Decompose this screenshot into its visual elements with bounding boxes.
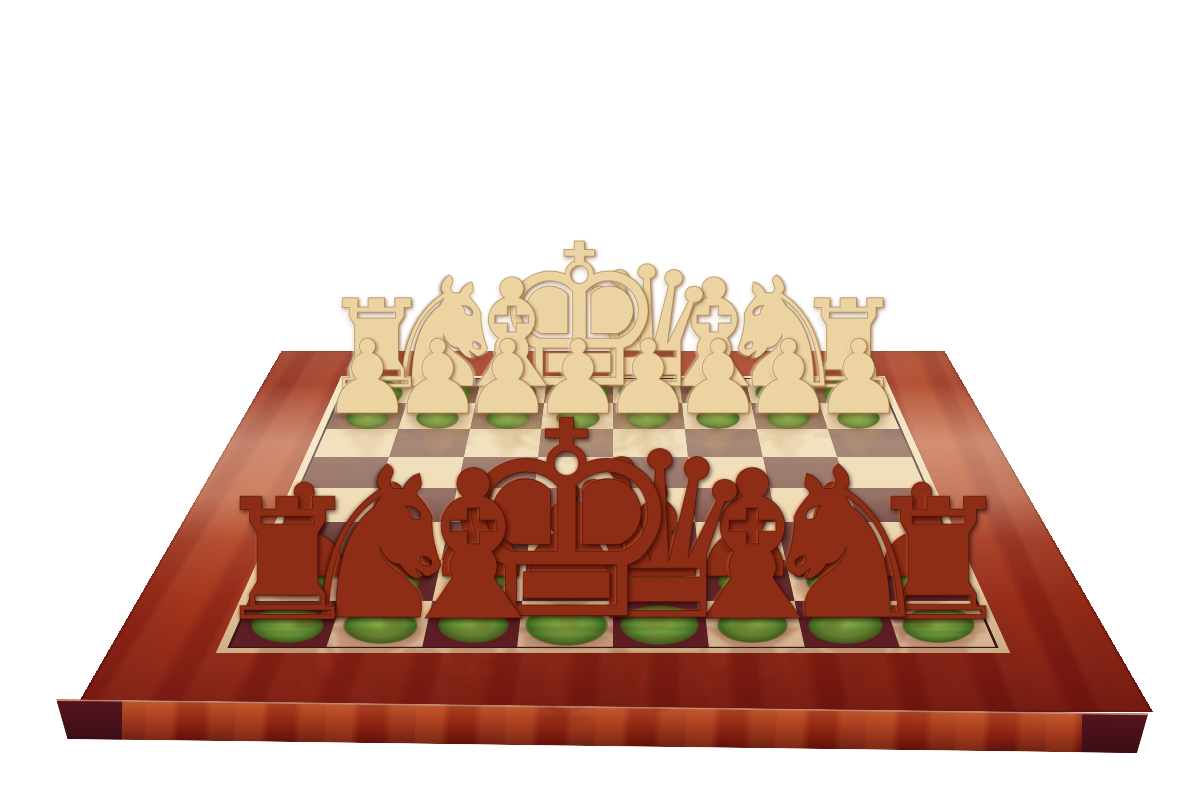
square-f7 — [432, 560, 527, 601]
square-f8 — [422, 601, 523, 647]
square-f4 — [457, 457, 539, 488]
square-b1 — [745, 379, 819, 403]
edge-end-block-left — [56, 701, 122, 740]
square-e1 — [544, 379, 613, 403]
square-h3 — [314, 429, 398, 457]
square-e8 — [517, 601, 613, 647]
board-squares — [231, 379, 996, 647]
square-d5 — [613, 488, 695, 522]
square-h4 — [300, 457, 388, 488]
square-b7 — [785, 560, 885, 601]
square-e5 — [531, 488, 613, 522]
square-b4 — [763, 457, 848, 488]
square-e2 — [541, 403, 613, 429]
square-f6 — [441, 522, 531, 559]
square-a6 — [859, 522, 957, 559]
board-surface — [73, 351, 1153, 712]
square-d7 — [613, 560, 704, 601]
square-a3 — [828, 429, 912, 457]
square-g4 — [379, 457, 464, 488]
square-d2 — [613, 403, 685, 429]
edge-end-block-right — [1082, 714, 1148, 753]
square-c2 — [682, 403, 757, 429]
chess-board — [0, 0, 1200, 800]
photo-backdrop: ♜♞♝♛♚♝♞♜♟♟♟♟♟♟♟♟♟♟♟♟♟♟♟♟♜♞♝♛♚♝♞♜ ♜♞♝♛♚♝♞… — [0, 0, 1200, 800]
square-b5 — [769, 488, 858, 522]
square-b2 — [751, 403, 828, 429]
square-h2 — [326, 403, 406, 429]
square-d6 — [613, 522, 699, 559]
square-c7 — [699, 560, 794, 601]
square-b8 — [794, 601, 900, 647]
square-a8 — [885, 601, 996, 647]
square-g7 — [341, 560, 441, 601]
square-c1 — [679, 379, 750, 403]
square-e6 — [527, 522, 613, 559]
square-h5 — [285, 488, 378, 522]
square-b3 — [756, 429, 837, 457]
square-f2 — [470, 403, 545, 429]
square-g3 — [389, 429, 470, 457]
square-e3 — [538, 429, 613, 457]
square-c8 — [704, 601, 805, 647]
square-b6 — [777, 522, 871, 559]
board-frame-line — [216, 376, 1010, 653]
square-g2 — [398, 403, 475, 429]
square-e4 — [535, 457, 613, 488]
square-c5 — [691, 488, 777, 522]
square-a7 — [871, 560, 975, 601]
square-g1 — [407, 379, 481, 403]
square-d3 — [613, 429, 688, 457]
board-inner-hairline — [227, 378, 998, 648]
square-h7 — [251, 560, 355, 601]
square-c3 — [685, 429, 763, 457]
square-a1 — [811, 379, 888, 403]
square-c6 — [695, 522, 785, 559]
square-d4 — [613, 457, 691, 488]
square-a2 — [819, 403, 899, 429]
square-h8 — [231, 601, 342, 647]
square-g6 — [355, 522, 449, 559]
square-h6 — [269, 522, 367, 559]
square-g5 — [367, 488, 456, 522]
square-g8 — [326, 601, 432, 647]
square-f5 — [449, 488, 535, 522]
square-e7 — [522, 560, 613, 601]
square-f1 — [475, 379, 546, 403]
square-a5 — [847, 488, 940, 522]
square-f3 — [463, 429, 541, 457]
square-a4 — [837, 457, 925, 488]
square-h1 — [338, 379, 415, 403]
square-d1 — [613, 379, 682, 403]
square-d8 — [613, 601, 709, 647]
square-c4 — [688, 457, 770, 488]
